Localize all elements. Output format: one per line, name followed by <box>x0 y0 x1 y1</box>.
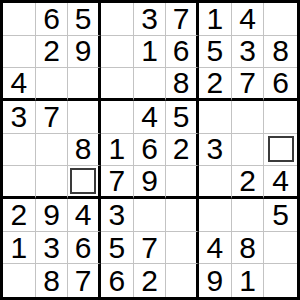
given-digit: 6 <box>173 36 190 66</box>
given-digit: 2 <box>43 36 60 66</box>
cell-r7c2[interactable]: 9 <box>36 199 69 232</box>
cell-r7c1[interactable]: 2 <box>3 199 36 232</box>
cell-r1c6[interactable]: 7 <box>166 3 199 36</box>
given-digit: 8 <box>239 233 256 263</box>
given-digit: 1 <box>10 233 27 263</box>
cell-r2c5[interactable]: 1 <box>134 36 167 69</box>
cell-r8c9[interactable] <box>264 232 297 265</box>
given-digit: 4 <box>206 233 223 263</box>
given-digit: 6 <box>108 266 125 296</box>
cell-r4c7[interactable] <box>199 101 232 134</box>
given-digit: 5 <box>272 200 289 230</box>
cell-r7c8[interactable] <box>232 199 265 232</box>
cell-r3c1[interactable]: 4 <box>3 68 36 101</box>
cell-r4c9[interactable] <box>264 101 297 134</box>
cell-r9c7[interactable]: 9 <box>199 264 232 297</box>
given-digit: 7 <box>239 68 256 98</box>
given-digit: 5 <box>75 4 92 34</box>
given-digit: 5 <box>206 36 223 66</box>
cell-r2c8[interactable]: 3 <box>232 36 265 69</box>
sudoku-board: 6537142916538482763745816237924294351365… <box>0 0 300 300</box>
cell-r9c5[interactable]: 2 <box>134 264 167 297</box>
cell-r3c3[interactable] <box>68 68 101 101</box>
given-digit: 9 <box>206 266 223 296</box>
given-digit: 5 <box>108 233 125 263</box>
cell-r7c7[interactable] <box>199 199 232 232</box>
given-digit: 4 <box>141 102 158 132</box>
cell-r8c2[interactable]: 3 <box>36 232 69 265</box>
cell-r1c1[interactable] <box>3 3 36 36</box>
cell-r6c7[interactable] <box>199 166 232 199</box>
cell-r3c2[interactable] <box>36 68 69 101</box>
given-digit: 6 <box>75 233 92 263</box>
cell-r3c9[interactable]: 6 <box>264 68 297 101</box>
cell-r9c4[interactable]: 6 <box>101 264 134 297</box>
cell-r5c8[interactable] <box>232 134 265 167</box>
cell-r4c8[interactable] <box>232 101 265 134</box>
cell-r8c4[interactable]: 5 <box>101 232 134 265</box>
cell-r7c9[interactable]: 5 <box>264 199 297 232</box>
cell-r5c6[interactable]: 2 <box>166 134 199 167</box>
cell-r1c8[interactable]: 4 <box>232 3 265 36</box>
cell-r5c4[interactable]: 1 <box>101 134 134 167</box>
cell-r7c5[interactable] <box>134 199 167 232</box>
cell-r3c4[interactable] <box>101 68 134 101</box>
given-digit: 1 <box>206 4 223 34</box>
given-digit: 9 <box>75 36 92 66</box>
given-digit: 4 <box>75 200 92 230</box>
given-digit: 6 <box>141 134 158 164</box>
cell-r8c8[interactable]: 8 <box>232 232 265 265</box>
cell-r7c3[interactable]: 4 <box>68 199 101 232</box>
given-digit: 9 <box>141 166 158 196</box>
cell-r9c3[interactable]: 7 <box>68 264 101 297</box>
given-digit: 6 <box>272 68 289 98</box>
cell-r5c2[interactable] <box>36 134 69 167</box>
cell-r2c3[interactable]: 9 <box>68 36 101 69</box>
cell-r4c1[interactable]: 3 <box>3 101 36 134</box>
given-digit: 3 <box>141 4 158 34</box>
given-digit: 3 <box>108 200 125 230</box>
given-digit: 2 <box>206 68 223 98</box>
cell-r7c4[interactable]: 3 <box>101 199 134 232</box>
cell-r1c9[interactable] <box>264 3 297 36</box>
cell-r3c5[interactable] <box>134 68 167 101</box>
cell-r4c6[interactable]: 5 <box>166 101 199 134</box>
given-digit: 4 <box>272 166 289 196</box>
cell-r9c9[interactable] <box>264 264 297 297</box>
cell-r8c5[interactable]: 7 <box>134 232 167 265</box>
given-digit: 8 <box>75 134 92 164</box>
cell-r8c3[interactable]: 6 <box>68 232 101 265</box>
given-digit: 2 <box>239 166 256 196</box>
cell-r9c8[interactable]: 1 <box>232 264 265 297</box>
given-digit: 1 <box>141 36 158 66</box>
marked-cell-outline <box>268 136 294 162</box>
given-digit: 8 <box>272 36 289 66</box>
given-digit: 7 <box>173 4 190 34</box>
given-digit: 3 <box>43 233 60 263</box>
given-digit: 1 <box>239 266 256 296</box>
cell-r6c8[interactable]: 2 <box>232 166 265 199</box>
given-digit: 6 <box>43 4 60 34</box>
cell-r6c2[interactable] <box>36 166 69 199</box>
cell-r8c6[interactable] <box>166 232 199 265</box>
given-digit: 4 <box>239 4 256 34</box>
given-digit: 9 <box>43 200 60 230</box>
cell-r9c6[interactable] <box>166 264 199 297</box>
cell-r3c7[interactable]: 2 <box>199 68 232 101</box>
cell-r5c9[interactable] <box>264 134 297 167</box>
cell-r9c2[interactable]: 8 <box>36 264 69 297</box>
given-digit: 2 <box>173 134 190 164</box>
cell-r8c7[interactable]: 4 <box>199 232 232 265</box>
given-digit: 5 <box>173 102 190 132</box>
cell-r2c2[interactable]: 2 <box>36 36 69 69</box>
given-digit: 8 <box>173 68 190 98</box>
cell-r6c4[interactable]: 7 <box>101 166 134 199</box>
given-digit: 7 <box>108 166 125 196</box>
cell-r9c1[interactable] <box>3 264 36 297</box>
cell-r1c7[interactable]: 1 <box>199 3 232 36</box>
cell-r5c1[interactable] <box>3 134 36 167</box>
cell-r2c7[interactable]: 5 <box>199 36 232 69</box>
cell-r8c1[interactable]: 1 <box>3 232 36 265</box>
cell-r3c6[interactable]: 8 <box>166 68 199 101</box>
cell-r1c2[interactable]: 6 <box>36 3 69 36</box>
cell-r6c6[interactable] <box>166 166 199 199</box>
cell-r2c6[interactable]: 6 <box>166 36 199 69</box>
cell-r2c9[interactable]: 8 <box>264 36 297 69</box>
given-digit: 1 <box>108 134 125 164</box>
cell-r4c3[interactable] <box>68 101 101 134</box>
cell-r5c3[interactable]: 8 <box>68 134 101 167</box>
cell-r2c4[interactable] <box>101 36 134 69</box>
given-digit: 3 <box>239 36 256 66</box>
given-digit: 2 <box>141 266 158 296</box>
given-digit: 8 <box>43 266 60 296</box>
given-digit: 2 <box>10 200 27 230</box>
given-digit: 4 <box>10 68 27 98</box>
cell-r3c8[interactable]: 7 <box>232 68 265 101</box>
given-digit: 7 <box>141 233 158 263</box>
given-digit: 3 <box>206 134 223 164</box>
cell-r4c5[interactable]: 4 <box>134 101 167 134</box>
cell-r1c5[interactable]: 3 <box>134 3 167 36</box>
given-digit: 7 <box>75 266 92 296</box>
cell-r1c3[interactable]: 5 <box>68 3 101 36</box>
cell-r5c5[interactable]: 6 <box>134 134 167 167</box>
cell-r6c1[interactable] <box>3 166 36 199</box>
cell-r6c5[interactable]: 9 <box>134 166 167 199</box>
cell-r1c4[interactable] <box>101 3 134 36</box>
marked-cell-outline <box>70 168 96 194</box>
cell-r5c7[interactable]: 3 <box>199 134 232 167</box>
cell-r4c2[interactable]: 7 <box>36 101 69 134</box>
given-digit: 7 <box>43 102 60 132</box>
cell-r6c9[interactable]: 4 <box>264 166 297 199</box>
cell-r6c3[interactable] <box>68 166 101 199</box>
cell-r2c1[interactable] <box>3 36 36 69</box>
cell-r4c4[interactable] <box>101 101 134 134</box>
given-digit: 3 <box>10 102 27 132</box>
cell-r7c6[interactable] <box>166 199 199 232</box>
